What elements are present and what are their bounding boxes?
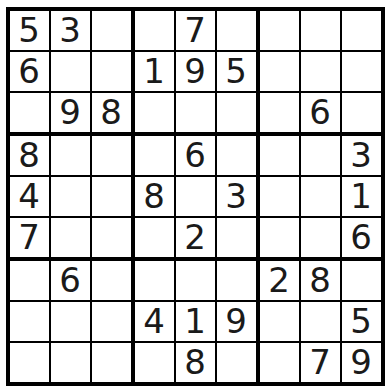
- cell-r7c1[interactable]: [10, 261, 51, 302]
- cell-r1c3[interactable]: [92, 11, 135, 52]
- cell-r6c5: 2: [176, 218, 217, 261]
- cell-r3c5[interactable]: [176, 93, 217, 136]
- cell-r1c6[interactable]: [217, 11, 260, 52]
- cell-r6c9: 6: [342, 218, 381, 261]
- cell-r9c7[interactable]: [260, 343, 301, 382]
- cell-r9c4[interactable]: [135, 343, 176, 382]
- cell-r2c7[interactable]: [260, 52, 301, 93]
- cell-r4c5: 6: [176, 136, 217, 177]
- cell-r5c7[interactable]: [260, 177, 301, 218]
- cell-r1c5: 7: [176, 11, 217, 52]
- cell-r3c2: 9: [51, 93, 92, 136]
- cell-r6c6[interactable]: [217, 218, 260, 261]
- cell-r3c3: 8: [92, 93, 135, 136]
- cell-r1c1: 5: [10, 11, 51, 52]
- cell-r5c9: 1: [342, 177, 381, 218]
- page: 537619598686348317266284195879: [0, 0, 390, 392]
- cell-r7c7: 2: [260, 261, 301, 302]
- cell-r2c8[interactable]: [301, 52, 342, 93]
- cell-r1c4[interactable]: [135, 11, 176, 52]
- cell-r5c4: 8: [135, 177, 176, 218]
- cell-r3c4[interactable]: [135, 93, 176, 136]
- cell-r4c9: 3: [342, 136, 381, 177]
- cell-r4c1: 8: [10, 136, 51, 177]
- cell-r9c5: 8: [176, 343, 217, 382]
- cell-r1c8[interactable]: [301, 11, 342, 52]
- cell-r4c2[interactable]: [51, 136, 92, 177]
- cell-r9c9: 9: [342, 343, 381, 382]
- cell-r6c4[interactable]: [135, 218, 176, 261]
- cell-r2c9[interactable]: [342, 52, 381, 93]
- cell-r8c5: 1: [176, 302, 217, 343]
- cell-r9c6[interactable]: [217, 343, 260, 382]
- cell-r7c9[interactable]: [342, 261, 381, 302]
- cell-r2c1: 6: [10, 52, 51, 93]
- cell-r3c8: 6: [301, 93, 342, 136]
- cell-r7c3[interactable]: [92, 261, 135, 302]
- cell-r8c8[interactable]: [301, 302, 342, 343]
- cell-r9c2[interactable]: [51, 343, 92, 382]
- cell-r9c8: 7: [301, 343, 342, 382]
- cell-r4c8[interactable]: [301, 136, 342, 177]
- cell-r3c1[interactable]: [10, 93, 51, 136]
- cell-r3c9[interactable]: [342, 93, 381, 136]
- cell-r4c4[interactable]: [135, 136, 176, 177]
- cell-r8c6: 9: [217, 302, 260, 343]
- cell-r1c9[interactable]: [342, 11, 381, 52]
- cell-r8c3[interactable]: [92, 302, 135, 343]
- cell-r1c7[interactable]: [260, 11, 301, 52]
- cell-r3c7[interactable]: [260, 93, 301, 136]
- cell-r6c2[interactable]: [51, 218, 92, 261]
- cell-r6c7[interactable]: [260, 218, 301, 261]
- cell-r2c5: 9: [176, 52, 217, 93]
- cell-r6c1: 7: [10, 218, 51, 261]
- cell-r5c6: 3: [217, 177, 260, 218]
- cell-r2c2[interactable]: [51, 52, 92, 93]
- cell-r1c2: 3: [51, 11, 92, 52]
- cell-r7c2: 6: [51, 261, 92, 302]
- cell-r5c1: 4: [10, 177, 51, 218]
- cell-r8c2[interactable]: [51, 302, 92, 343]
- cell-r2c3[interactable]: [92, 52, 135, 93]
- cell-r5c3[interactable]: [92, 177, 135, 218]
- cell-r6c8[interactable]: [301, 218, 342, 261]
- cell-r4c6[interactable]: [217, 136, 260, 177]
- cell-r8c4: 4: [135, 302, 176, 343]
- sudoku-board: 537619598686348317266284195879: [6, 7, 385, 386]
- cell-r5c5[interactable]: [176, 177, 217, 218]
- cell-r2c4: 1: [135, 52, 176, 93]
- cell-r3c6[interactable]: [217, 93, 260, 136]
- cell-r5c2[interactable]: [51, 177, 92, 218]
- cell-r4c3[interactable]: [92, 136, 135, 177]
- cell-r7c6[interactable]: [217, 261, 260, 302]
- cell-r8c1[interactable]: [10, 302, 51, 343]
- cell-r8c9: 5: [342, 302, 381, 343]
- cell-r7c4[interactable]: [135, 261, 176, 302]
- cell-r9c3[interactable]: [92, 343, 135, 382]
- cell-r5c8[interactable]: [301, 177, 342, 218]
- cell-r2c6: 5: [217, 52, 260, 93]
- cell-r7c8: 8: [301, 261, 342, 302]
- cell-r7c5[interactable]: [176, 261, 217, 302]
- cell-r4c7[interactable]: [260, 136, 301, 177]
- cell-r8c7[interactable]: [260, 302, 301, 343]
- cell-r6c3[interactable]: [92, 218, 135, 261]
- cell-r9c1[interactable]: [10, 343, 51, 382]
